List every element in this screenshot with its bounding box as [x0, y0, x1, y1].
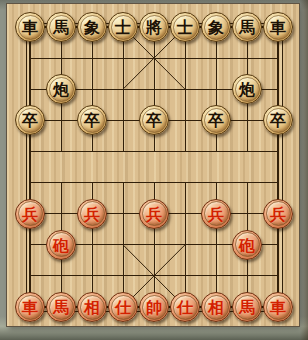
piece-glyph: 兵 — [270, 206, 286, 222]
piece-black-elephant[interactable]: 象 — [201, 12, 231, 42]
piece-glyph: 車 — [22, 20, 38, 36]
piece-glyph: 馬 — [53, 300, 69, 316]
piece-red-chariot[interactable]: 車 — [263, 292, 293, 322]
piece-glyph: 兵 — [84, 206, 100, 222]
piece-black-soldier[interactable]: 卒 — [263, 105, 293, 135]
piece-red-soldier[interactable]: 兵 — [15, 199, 45, 229]
piece-glyph: 馬 — [53, 20, 69, 36]
piece-black-soldier[interactable]: 卒 — [77, 105, 107, 135]
piece-glyph: 砲 — [239, 237, 255, 253]
piece-glyph: 炮 — [239, 82, 255, 98]
piece-black-soldier[interactable]: 卒 — [139, 105, 169, 135]
piece-glyph: 士 — [115, 20, 131, 36]
piece-black-chariot[interactable]: 車 — [263, 12, 293, 42]
piece-glyph: 車 — [22, 300, 38, 316]
piece-red-horse[interactable]: 馬 — [232, 292, 262, 322]
piece-red-horse[interactable]: 馬 — [46, 292, 76, 322]
piece-glyph: 兵 — [22, 206, 38, 222]
piece-black-soldier[interactable]: 卒 — [15, 105, 45, 135]
pieces-layer: 車馬象士將士象馬車炮炮卒卒卒卒卒兵兵兵兵兵砲砲車馬相仕帥仕相馬車 — [15, 12, 294, 323]
piece-red-cannon[interactable]: 砲 — [46, 230, 76, 260]
piece-black-advisor[interactable]: 士 — [170, 12, 200, 42]
piece-glyph: 相 — [84, 300, 100, 316]
piece-glyph: 車 — [270, 20, 286, 36]
piece-glyph: 卒 — [84, 113, 100, 129]
piece-red-soldier[interactable]: 兵 — [263, 199, 293, 229]
piece-glyph: 卒 — [208, 113, 224, 129]
piece-red-cannon[interactable]: 砲 — [232, 230, 262, 260]
piece-glyph: 炮 — [53, 82, 69, 98]
piece-black-chariot[interactable]: 車 — [15, 12, 45, 42]
piece-glyph: 士 — [177, 20, 193, 36]
piece-glyph: 卒 — [146, 113, 162, 129]
piece-black-soldier[interactable]: 卒 — [201, 105, 231, 135]
piece-red-general[interactable]: 帥 — [139, 292, 169, 322]
piece-glyph: 兵 — [146, 206, 162, 222]
piece-glyph: 象 — [84, 20, 100, 36]
piece-red-advisor[interactable]: 仕 — [170, 292, 200, 322]
piece-glyph: 兵 — [208, 206, 224, 222]
piece-glyph: 仕 — [115, 300, 131, 316]
piece-glyph: 卒 — [270, 113, 286, 129]
piece-glyph: 車 — [270, 300, 286, 316]
piece-black-cannon[interactable]: 炮 — [232, 74, 262, 104]
piece-glyph: 將 — [146, 20, 162, 36]
xiangqi-app-window: 車馬象士將士象馬車炮炮卒卒卒卒卒兵兵兵兵兵砲砲車馬相仕帥仕相馬車 — [0, 0, 308, 340]
piece-black-elephant[interactable]: 象 — [77, 12, 107, 42]
piece-glyph: 帥 — [146, 300, 162, 316]
piece-glyph: 馬 — [239, 20, 255, 36]
piece-glyph: 象 — [208, 20, 224, 36]
piece-black-advisor[interactable]: 士 — [108, 12, 138, 42]
piece-red-elephant[interactable]: 相 — [201, 292, 231, 322]
piece-red-soldier[interactable]: 兵 — [139, 199, 169, 229]
piece-black-general[interactable]: 將 — [139, 12, 169, 42]
piece-red-advisor[interactable]: 仕 — [108, 292, 138, 322]
piece-red-soldier[interactable]: 兵 — [77, 199, 107, 229]
piece-black-cannon[interactable]: 炮 — [46, 74, 76, 104]
piece-glyph: 仕 — [177, 300, 193, 316]
piece-glyph: 卒 — [22, 113, 38, 129]
piece-glyph: 砲 — [53, 237, 69, 253]
piece-black-horse[interactable]: 馬 — [46, 12, 76, 42]
piece-glyph: 馬 — [239, 300, 255, 316]
piece-red-elephant[interactable]: 相 — [77, 292, 107, 322]
piece-red-soldier[interactable]: 兵 — [201, 199, 231, 229]
piece-glyph: 相 — [208, 300, 224, 316]
piece-black-horse[interactable]: 馬 — [232, 12, 262, 42]
piece-red-chariot[interactable]: 車 — [15, 292, 45, 322]
